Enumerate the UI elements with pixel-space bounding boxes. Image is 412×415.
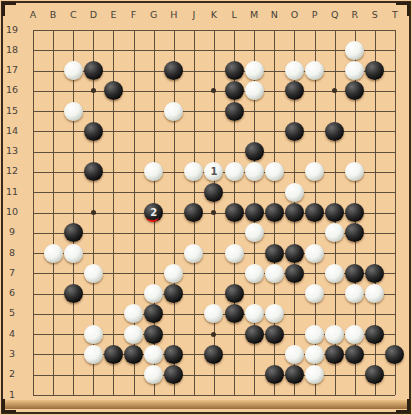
row-label: 8 [0,247,24,258]
black-stone [325,203,344,222]
row-label: 11 [0,186,24,197]
black-stone [245,142,264,161]
board-edge-shadow [3,400,409,409]
white-stone [265,264,284,283]
star-point [332,88,337,93]
star-point [211,210,216,215]
column-label: J [184,9,204,20]
black-stone [84,122,103,141]
star-point [211,332,216,337]
black-stone [104,81,123,100]
column-label: E [103,9,123,20]
black-stone [164,61,183,80]
white-stone [84,325,103,344]
star-point [211,88,216,93]
grid-line-vertical [395,30,396,395]
black-stone [225,81,244,100]
white-stone [325,325,344,344]
black-stone: 2 [144,203,163,222]
row-label: 4 [0,328,24,339]
column-label: R [345,9,365,20]
black-stone [64,223,83,242]
corner-bracket-bottom-right [396,399,410,413]
white-stone [245,81,264,100]
black-stone [225,203,244,222]
white-stone [305,365,324,384]
white-stone [84,264,103,283]
white-stone: 1 [204,162,223,181]
black-stone [184,203,203,222]
white-stone [345,162,364,181]
row-label: 10 [0,206,24,217]
white-stone [345,61,364,80]
row-label: 17 [0,64,24,75]
black-stone [385,345,404,364]
column-label: F [124,9,144,20]
white-stone [245,304,264,323]
white-stone [265,304,284,323]
white-stone [285,61,304,80]
column-label: G [144,9,164,20]
black-stone [305,203,324,222]
white-stone [184,162,203,181]
white-stone [44,244,63,263]
black-stone [164,284,183,303]
move-number-label: 1 [211,166,218,177]
column-label: O [284,9,304,20]
white-stone [225,244,244,263]
white-stone [144,284,163,303]
black-stone [365,365,384,384]
black-stone [265,365,284,384]
white-stone [245,61,264,80]
star-point [91,210,96,215]
black-stone [285,81,304,100]
white-stone [265,162,284,181]
black-stone [285,264,304,283]
black-stone [245,203,264,222]
white-stone [245,223,264,242]
white-stone [124,304,143,323]
row-label: 9 [0,226,24,237]
move-number-label: 2 [150,207,157,218]
row-label: 15 [0,105,24,116]
black-stone [345,345,364,364]
black-stone [64,284,83,303]
black-stone [285,365,304,384]
goban-window: ABCDEFGHJKLMNOPQRST191817161514131211109… [0,0,412,415]
black-stone [225,102,244,121]
black-stone [325,122,344,141]
white-stone [204,304,223,323]
column-label: M [244,9,264,20]
go-board[interactable]: ABCDEFGHJKLMNOPQRST191817161514131211109… [0,0,412,415]
black-stone [245,325,264,344]
white-stone [225,162,244,181]
white-stone [305,325,324,344]
white-stone [245,162,264,181]
black-stone [345,203,364,222]
black-stone [345,223,364,242]
column-label: A [23,9,43,20]
row-label: 13 [0,145,24,156]
column-label: S [365,9,385,20]
white-stone [144,162,163,181]
black-stone [144,304,163,323]
white-stone [164,102,183,121]
white-stone [164,264,183,283]
row-label: 16 [0,84,24,95]
corner-bracket-top-left [2,2,16,16]
column-label: B [43,9,63,20]
white-stone [305,61,324,80]
column-label: C [63,9,83,20]
column-label: H [164,9,184,20]
white-stone [64,102,83,121]
white-stone [345,325,364,344]
white-stone [365,284,384,303]
black-stone [225,284,244,303]
row-label: 18 [0,44,24,55]
white-stone [124,325,143,344]
black-stone [104,345,123,364]
row-label: 14 [0,125,24,136]
corner-bracket-top-right [396,2,410,16]
row-label: 7 [0,267,24,278]
black-stone [345,264,364,283]
white-stone [144,345,163,364]
row-label: 2 [0,368,24,379]
row-label: 5 [0,307,24,318]
black-stone [285,244,304,263]
grid-line-horizontal [33,253,395,254]
black-stone [204,345,223,364]
white-stone [285,345,304,364]
row-label: 3 [0,348,24,359]
grid-line-horizontal [33,375,395,376]
column-label: P [305,9,325,20]
grid-line-horizontal [33,395,395,396]
white-stone [285,183,304,202]
black-stone [365,325,384,344]
column-label: K [204,9,224,20]
black-stone [285,122,304,141]
column-label: D [83,9,103,20]
black-stone [345,81,364,100]
white-stone [305,284,324,303]
row-label: 6 [0,287,24,298]
corner-bracket-bottom-left [2,399,16,413]
white-stone [64,244,83,263]
black-stone [225,61,244,80]
black-stone [84,162,103,181]
black-stone [365,61,384,80]
row-label: 19 [0,24,24,35]
black-stone [325,345,344,364]
black-stone [365,264,384,283]
row-label: 12 [0,165,24,176]
white-stone [345,284,364,303]
column-label: N [264,9,284,20]
black-stone [225,304,244,323]
black-stone [84,61,103,80]
white-stone [325,223,344,242]
white-stone [144,365,163,384]
column-label: L [224,9,244,20]
black-stone [265,203,284,222]
white-stone [305,345,324,364]
row-label: 1 [0,389,24,400]
white-stone [184,244,203,263]
black-stone [265,325,284,344]
black-stone [124,345,143,364]
white-stone [64,61,83,80]
black-stone [204,183,223,202]
black-stone [164,365,183,384]
star-point [91,88,96,93]
black-stone [144,325,163,344]
white-stone [325,264,344,283]
column-label: Q [325,9,345,20]
black-stone [265,244,284,263]
white-stone [345,41,364,60]
white-stone [245,264,264,283]
black-stone [164,345,183,364]
white-stone [305,244,324,263]
grid-line-horizontal [33,294,395,295]
black-stone [285,203,304,222]
white-stone [305,162,324,181]
white-stone [84,345,103,364]
